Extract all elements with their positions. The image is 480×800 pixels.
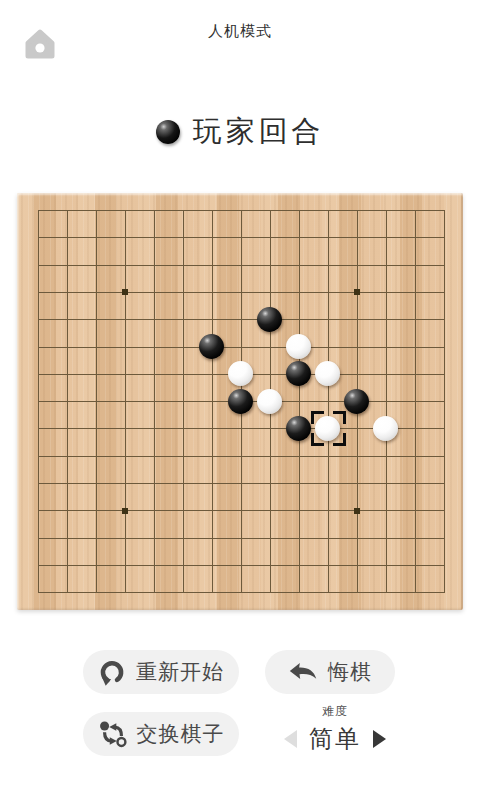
white-stone	[257, 389, 282, 414]
black-stone	[199, 334, 224, 359]
difficulty-value: 简单	[309, 723, 361, 755]
black-stone	[257, 307, 282, 332]
grid-line-h	[38, 592, 445, 593]
restart-icon	[98, 658, 127, 687]
chevron-left-icon[interactable]	[284, 730, 297, 748]
swap-stones-icon	[98, 719, 128, 749]
black-stone	[228, 389, 253, 414]
turn-status-label: 玩家回合	[193, 112, 325, 152]
difficulty-label: 难度	[322, 703, 348, 720]
star-point	[354, 508, 360, 514]
page-title: 人机模式	[0, 22, 480, 41]
white-stone	[286, 334, 311, 359]
swap-label: 交换棋子	[137, 720, 225, 748]
grid-line-h	[38, 538, 445, 539]
swap-stones-button[interactable]: 交换棋子	[83, 712, 239, 756]
white-stone	[315, 361, 340, 386]
black-stone	[286, 416, 311, 441]
grid-line-v	[328, 210, 329, 593]
black-stone	[344, 389, 369, 414]
turn-status: 玩家回合	[0, 115, 480, 149]
white-stone	[228, 361, 253, 386]
star-point	[122, 289, 128, 295]
grid-line-h	[38, 565, 445, 566]
grid-line-v	[444, 210, 445, 593]
restart-button[interactable]: 重新开始	[83, 650, 239, 694]
white-stone	[373, 416, 398, 441]
grid-line-h	[38, 510, 445, 511]
black-stone	[286, 361, 311, 386]
undo-arrow-icon	[288, 661, 319, 683]
restart-label: 重新开始	[136, 658, 224, 686]
home-button[interactable]	[24, 27, 56, 61]
gomoku-board[interactable]	[17, 193, 463, 610]
grid-line-v	[299, 210, 300, 593]
undo-label: 悔棋	[328, 658, 372, 686]
chevron-right-icon[interactable]	[373, 730, 386, 748]
grid-line-v	[415, 210, 416, 593]
star-point	[354, 289, 360, 295]
grid-line-h	[38, 483, 445, 484]
undo-button[interactable]: 悔棋	[265, 650, 395, 694]
grid-line-v	[386, 210, 387, 593]
home-icon	[24, 27, 56, 61]
grid-line-h	[38, 456, 445, 457]
difficulty-widget: 难度 简单	[265, 703, 405, 757]
star-point	[122, 508, 128, 514]
white-stone	[315, 416, 340, 441]
black-stone-indicator	[156, 120, 180, 144]
